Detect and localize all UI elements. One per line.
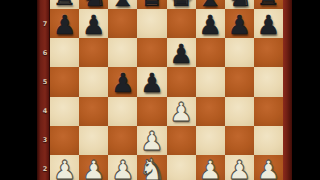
- square-f4[interactable]: [196, 97, 225, 126]
- square-a8[interactable]: ♜: [50, 0, 79, 9]
- square-e4[interactable]: ♟: [167, 97, 196, 126]
- black-rook[interactable]: ♜: [256, 0, 280, 9]
- square-g8[interactable]: ♞: [225, 0, 254, 9]
- square-c6[interactable]: [108, 38, 137, 67]
- square-h4[interactable]: [254, 97, 283, 126]
- square-a2[interactable]: ♟: [50, 155, 79, 180]
- square-h6[interactable]: [254, 38, 283, 67]
- square-b5[interactable]: [79, 67, 108, 96]
- square-f7[interactable]: ♟: [196, 9, 225, 38]
- square-d7[interactable]: [137, 9, 166, 38]
- white-pawn[interactable]: ♟: [199, 157, 222, 180]
- square-g2[interactable]: ♟: [225, 155, 254, 180]
- square-e6[interactable]: ♟: [167, 38, 196, 67]
- white-pawn[interactable]: ♟: [140, 128, 163, 154]
- square-b3[interactable]: [79, 126, 108, 155]
- square-h3[interactable]: [254, 126, 283, 155]
- rank-labels: 87654321: [37, 0, 50, 180]
- rank-label-2: 2: [37, 155, 50, 180]
- square-d4[interactable]: [137, 97, 166, 126]
- square-a3[interactable]: [50, 126, 79, 155]
- rank-label-3: 3: [37, 126, 50, 155]
- square-f5[interactable]: [196, 67, 225, 96]
- black-bishop[interactable]: ♝: [109, 0, 136, 10]
- black-pawn[interactable]: ♟: [53, 11, 76, 37]
- square-d6[interactable]: [137, 38, 166, 67]
- white-pawn[interactable]: ♟: [169, 99, 192, 125]
- square-c5[interactable]: ♟: [108, 67, 137, 96]
- rank-label-8: 8: [37, 0, 50, 9]
- square-d2[interactable]: ♞: [137, 155, 166, 180]
- square-d8[interactable]: ♛: [137, 0, 166, 9]
- white-pawn[interactable]: ♟: [257, 157, 280, 180]
- square-c3[interactable]: [108, 126, 137, 155]
- rank-label-7: 7: [37, 9, 50, 38]
- square-d3[interactable]: ♟: [137, 126, 166, 155]
- rank-label-4: 4: [37, 97, 50, 126]
- square-e8[interactable]: ♚: [167, 0, 196, 9]
- square-h8[interactable]: ♜: [254, 0, 283, 9]
- square-e3[interactable]: [167, 126, 196, 155]
- square-e5[interactable]: [167, 67, 196, 96]
- rank-label-6: 6: [37, 38, 50, 67]
- square-g5[interactable]: [225, 67, 254, 96]
- black-pawn[interactable]: ♟: [111, 69, 134, 95]
- square-g6[interactable]: [225, 38, 254, 67]
- square-f3[interactable]: [196, 126, 225, 155]
- square-b4[interactable]: [79, 97, 108, 126]
- square-c4[interactable]: [108, 97, 137, 126]
- square-g7[interactable]: ♟: [225, 9, 254, 38]
- square-c2[interactable]: ♟: [108, 155, 137, 180]
- black-pawn[interactable]: ♟: [257, 11, 280, 37]
- rank-label-5: 5: [37, 67, 50, 96]
- white-pawn[interactable]: ♟: [53, 157, 76, 180]
- square-g3[interactable]: [225, 126, 254, 155]
- black-pawn[interactable]: ♟: [169, 40, 192, 66]
- video-frame: 87654321 ♜♞♝♛♚♝♞♜♟♟♟♟♟♟♟♟♟♟♟♟♟♞♟♟♟♜♝♛♚♝♞…: [0, 0, 320, 180]
- square-h2[interactable]: ♟: [254, 155, 283, 180]
- square-b6[interactable]: [79, 38, 108, 67]
- square-b8[interactable]: ♞: [79, 0, 108, 9]
- square-b7[interactable]: ♟: [79, 9, 108, 38]
- square-c7[interactable]: [108, 9, 137, 38]
- square-e7[interactable]: [167, 9, 196, 38]
- board-border-right: [283, 0, 292, 180]
- black-rook[interactable]: ♜: [52, 0, 76, 9]
- white-knight[interactable]: ♞: [138, 155, 165, 180]
- square-b2[interactable]: ♟: [79, 155, 108, 180]
- white-pawn[interactable]: ♟: [82, 157, 105, 180]
- chess-board[interactable]: ♜♞♝♛♚♝♞♜♟♟♟♟♟♟♟♟♟♟♟♟♟♞♟♟♟♜♝♛♚♝♞♜: [50, 0, 283, 180]
- square-f2[interactable]: ♟: [196, 155, 225, 180]
- black-pawn[interactable]: ♟: [140, 69, 163, 95]
- square-a4[interactable]: [50, 97, 79, 126]
- black-pawn[interactable]: ♟: [199, 11, 222, 37]
- square-a6[interactable]: [50, 38, 79, 67]
- black-pawn[interactable]: ♟: [82, 11, 105, 37]
- square-e2[interactable]: [167, 155, 196, 180]
- square-f8[interactable]: ♝: [196, 0, 225, 9]
- square-g4[interactable]: [225, 97, 254, 126]
- square-d5[interactable]: ♟: [137, 67, 166, 96]
- square-a5[interactable]: [50, 67, 79, 96]
- white-pawn[interactable]: ♟: [111, 157, 134, 180]
- square-a7[interactable]: ♟: [50, 9, 79, 38]
- black-queen[interactable]: ♛: [138, 0, 166, 11]
- square-c8[interactable]: ♝: [108, 0, 137, 9]
- square-h5[interactable]: [254, 67, 283, 96]
- square-f6[interactable]: [196, 38, 225, 67]
- white-pawn[interactable]: ♟: [228, 157, 251, 180]
- black-pawn[interactable]: ♟: [228, 11, 251, 37]
- black-king[interactable]: ♚: [167, 0, 195, 11]
- square-h7[interactable]: ♟: [254, 9, 283, 38]
- board-border-left: 87654321: [37, 0, 50, 180]
